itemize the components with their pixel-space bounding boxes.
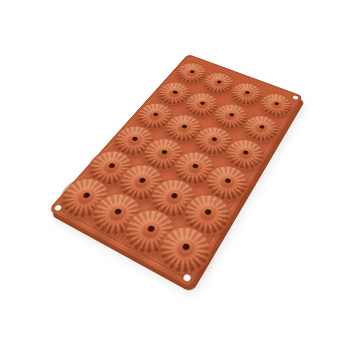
cavity-center-tube: [270, 99, 283, 108]
cavity-tube-hole: [216, 80, 222, 84]
cavity-center-tube: [207, 134, 222, 146]
cavity-tube-hole: [113, 208, 123, 216]
cavity-center-tube: [255, 122, 269, 133]
cavity-center-tube: [186, 68, 198, 76]
cavity-tube-hole: [181, 242, 191, 251]
cavity-tube-hole: [181, 124, 188, 129]
cavity-tube-hole: [161, 149, 169, 155]
cavity-tube-hole: [224, 177, 232, 184]
cavity-center-tube: [77, 188, 97, 204]
cavity-tube-hole: [258, 124, 265, 129]
product-photo: [0, 0, 350, 350]
cavity-center-tube: [187, 160, 204, 174]
cavity-tube-hole: [172, 90, 179, 94]
cavity-tube-hole: [191, 163, 199, 170]
cavity-center-tube: [168, 88, 182, 97]
cavity-center-tube: [175, 238, 196, 257]
cavity-tube-hole: [242, 150, 249, 156]
cavity-center-tube: [103, 159, 121, 173]
cavity-center-tube: [196, 99, 210, 109]
cavity-tube-hole: [108, 163, 117, 170]
cavity-center-tube: [108, 203, 129, 220]
cavity-tube-hole: [138, 177, 147, 184]
cavity-center-tube: [165, 188, 184, 204]
cavity-center-tube: [133, 173, 152, 188]
cavity-tube-hole: [244, 90, 250, 94]
cavity-center-tube: [177, 121, 192, 132]
cavity-center-tube: [241, 88, 254, 97]
cavity-tube-hole: [152, 112, 159, 117]
cavity-tube-hole: [146, 225, 156, 234]
cavity-tube-hole: [170, 192, 179, 200]
cavity-center-tube: [219, 174, 236, 188]
cavity-center-tube: [141, 220, 162, 238]
cavity-center-tube: [156, 146, 173, 159]
cavity-center-tube: [198, 204, 217, 221]
cavity-center-tube: [213, 78, 226, 87]
cavity-tube-hole: [273, 101, 279, 105]
cavity-center-tube: [238, 147, 254, 159]
cavity-tube-hole: [228, 113, 235, 118]
cavity-tube-hole: [199, 101, 206, 106]
cavity-tube-hole: [190, 70, 196, 74]
cavity-center-tube: [149, 109, 164, 120]
cavity-tube-hole: [211, 137, 218, 143]
cavity-tube-hole: [82, 192, 92, 200]
cavity-center-tube: [225, 110, 239, 120]
cavity-tube-hole: [131, 136, 139, 142]
cavity-tube-hole: [203, 208, 212, 216]
cavity-center-tube: [127, 133, 144, 145]
